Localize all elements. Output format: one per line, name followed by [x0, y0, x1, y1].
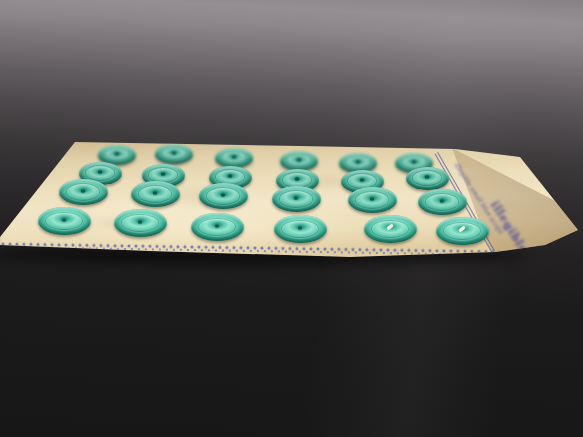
button-hole: [425, 176, 429, 179]
photo-scene: §§§§§§§§§§§§§§§§§§§§§§§§ illegible small…: [0, 0, 583, 437]
button-hole: [294, 196, 298, 199]
button-ridge-ring: [443, 222, 480, 241]
button-hole: [232, 156, 236, 159]
button-r3-c4: [272, 186, 321, 212]
button-hole: [98, 171, 102, 174]
button-r1-c3: [215, 148, 253, 168]
button-r4-c2: [114, 209, 167, 237]
button-hole: [295, 178, 299, 181]
button-r3-c3: [199, 183, 248, 209]
button-hole: [298, 226, 302, 229]
button-r4-c3: [191, 213, 244, 241]
button-r1-c2: [155, 144, 193, 164]
button-r3-c5: [348, 187, 397, 213]
button-hole: [172, 152, 176, 155]
button-hole: [115, 153, 119, 156]
edge-text-lower: illegible bold blue lettering: [488, 199, 583, 374]
button-hole: [221, 193, 225, 196]
button-hole: [161, 173, 165, 176]
button-hole: [138, 220, 142, 223]
button-hole: [153, 191, 157, 194]
button-hole: [297, 159, 301, 162]
button-hole: [356, 161, 360, 164]
button-r4-c6: [436, 217, 489, 245]
button-hole: [215, 224, 219, 227]
button-hole: [81, 189, 85, 192]
button-r4-c1: [38, 207, 91, 235]
button-r2-c6: [406, 167, 449, 190]
button-ridge-ring: [371, 220, 408, 239]
button-hole: [62, 218, 66, 221]
button-hole: [412, 161, 416, 164]
button-hole: [360, 179, 364, 182]
button-r1-c4: [280, 151, 318, 171]
button-r4-c4: [274, 215, 327, 243]
button-hole: [370, 197, 374, 200]
button-hole: [440, 199, 444, 202]
button-r3-c1: [59, 179, 108, 205]
button-r3-c2: [131, 181, 180, 207]
button-r3-c6: [418, 189, 467, 215]
button-r4-c5: [364, 215, 417, 243]
button-hole: [228, 175, 232, 178]
button-sample-card: §§§§§§§§§§§§§§§§§§§§§§§§ illegible small…: [0, 135, 583, 265]
